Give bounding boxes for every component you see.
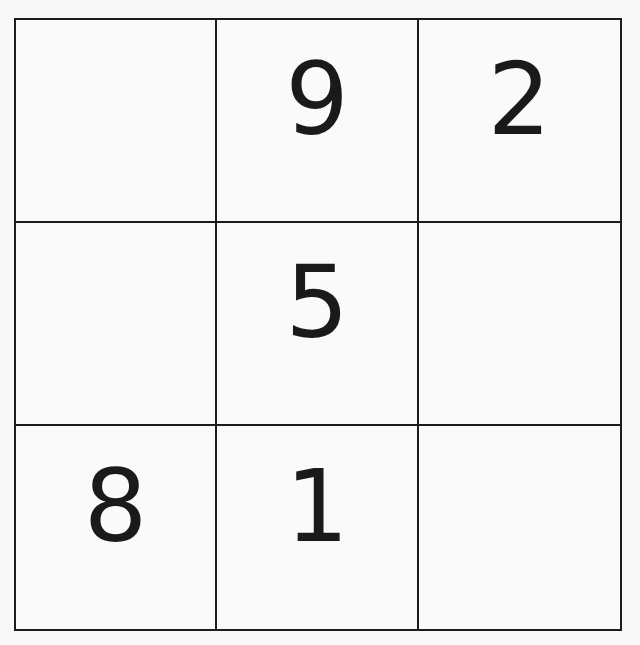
cell-r2c1[interactable] — [16, 223, 217, 426]
cell-r3c3[interactable] — [419, 426, 620, 629]
cell-r3c1[interactable]: 8 — [16, 426, 217, 629]
cell-r1c2[interactable]: 9 — [217, 20, 418, 223]
cell-r3c2[interactable]: 1 — [217, 426, 418, 629]
cell-r2c2[interactable]: 5 — [217, 223, 418, 426]
cell-r1c1[interactable] — [16, 20, 217, 223]
puzzle-grid: 9 2 5 8 1 — [14, 18, 622, 631]
cell-r1c3[interactable]: 2 — [419, 20, 620, 223]
cell-r2c3[interactable] — [419, 223, 620, 426]
